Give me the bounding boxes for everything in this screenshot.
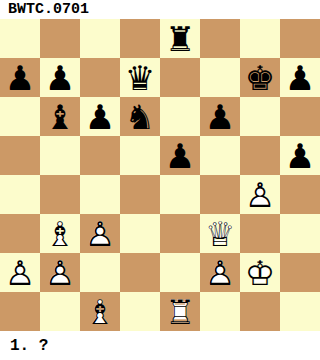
piece-black-pawn[interactable]: ♟	[80, 97, 120, 136]
white-piece-outline: ♙	[200, 253, 240, 292]
square-b1[interactable]	[40, 292, 80, 331]
square-e4[interactable]	[160, 175, 200, 214]
square-h4[interactable]	[280, 175, 320, 214]
square-a8[interactable]	[0, 19, 40, 58]
square-b6[interactable]: ♝	[40, 97, 80, 136]
square-f4[interactable]	[200, 175, 240, 214]
square-e6[interactable]	[160, 97, 200, 136]
piece-white-bishop[interactable]: ♝♗	[40, 214, 80, 253]
move-prompt: 1. ?	[10, 337, 48, 355]
white-piece-outline: ♙	[40, 253, 80, 292]
square-d3[interactable]	[120, 214, 160, 253]
square-c4[interactable]	[80, 175, 120, 214]
square-d6[interactable]: ♞	[120, 97, 160, 136]
square-e5[interactable]: ♟	[160, 136, 200, 175]
square-g5[interactable]	[240, 136, 280, 175]
piece-black-king[interactable]: ♚	[240, 58, 280, 97]
black-piece-glyph: ♟	[0, 58, 40, 97]
white-piece-outline: ♙	[0, 253, 40, 292]
square-d4[interactable]	[120, 175, 160, 214]
square-b4[interactable]	[40, 175, 80, 214]
white-piece-outline: ♕	[200, 214, 240, 253]
square-a7[interactable]: ♟	[0, 58, 40, 97]
square-h3[interactable]	[280, 214, 320, 253]
square-a4[interactable]	[0, 175, 40, 214]
square-g3[interactable]	[240, 214, 280, 253]
square-e2[interactable]	[160, 253, 200, 292]
square-b8[interactable]	[40, 19, 80, 58]
square-d5[interactable]	[120, 136, 160, 175]
square-e8[interactable]: ♜	[160, 19, 200, 58]
black-piece-glyph: ♟	[40, 58, 80, 97]
square-b5[interactable]	[40, 136, 80, 175]
piece-white-king[interactable]: ♚♔	[240, 253, 280, 292]
square-f3[interactable]: ♛♕	[200, 214, 240, 253]
white-piece-outline: ♔	[240, 253, 280, 292]
piece-white-pawn[interactable]: ♟♙	[200, 253, 240, 292]
square-a5[interactable]	[0, 136, 40, 175]
square-d1[interactable]	[120, 292, 160, 331]
piece-white-pawn[interactable]: ♟♙	[0, 253, 40, 292]
square-e7[interactable]	[160, 58, 200, 97]
square-f1[interactable]	[200, 292, 240, 331]
square-e1[interactable]: ♜♖	[160, 292, 200, 331]
square-a2[interactable]: ♟♙	[0, 253, 40, 292]
piece-black-pawn[interactable]: ♟	[200, 97, 240, 136]
square-d7[interactable]: ♛	[120, 58, 160, 97]
piece-black-knight[interactable]: ♞	[120, 97, 160, 136]
square-g7[interactable]: ♚	[240, 58, 280, 97]
square-g8[interactable]	[240, 19, 280, 58]
square-g2[interactable]: ♚♔	[240, 253, 280, 292]
square-b7[interactable]: ♟	[40, 58, 80, 97]
white-piece-outline: ♗	[40, 214, 80, 253]
piece-white-pawn[interactable]: ♟♙	[40, 253, 80, 292]
square-h7[interactable]: ♟	[280, 58, 320, 97]
black-piece-glyph: ♟	[160, 136, 200, 175]
square-a3[interactable]	[0, 214, 40, 253]
square-f7[interactable]	[200, 58, 240, 97]
square-h2[interactable]	[280, 253, 320, 292]
square-c2[interactable]	[80, 253, 120, 292]
piece-black-pawn[interactable]: ♟	[40, 58, 80, 97]
piece-white-pawn[interactable]: ♟♙	[240, 175, 280, 214]
square-c7[interactable]	[80, 58, 120, 97]
title-bar: BWTC.0701	[0, 0, 320, 19]
piece-black-bishop[interactable]: ♝	[40, 97, 80, 136]
square-c3[interactable]: ♟♙	[80, 214, 120, 253]
chess-board: ♜♟♟♛♚♟♝♟♞♟♟♟♟♙♝♗♟♙♛♕♟♙♟♙♟♙♚♔♝♗♜♖	[0, 19, 320, 331]
piece-black-pawn[interactable]: ♟	[280, 58, 320, 97]
square-e3[interactable]	[160, 214, 200, 253]
piece-black-queen[interactable]: ♛	[120, 58, 160, 97]
square-g4[interactable]: ♟♙	[240, 175, 280, 214]
square-h6[interactable]	[280, 97, 320, 136]
square-c1[interactable]: ♝♗	[80, 292, 120, 331]
square-f6[interactable]: ♟	[200, 97, 240, 136]
move-prompt-bar: 1. ?	[0, 331, 320, 360]
square-d8[interactable]	[120, 19, 160, 58]
white-piece-outline: ♙	[240, 175, 280, 214]
black-piece-glyph: ♟	[280, 58, 320, 97]
black-piece-glyph: ♚	[240, 58, 280, 97]
square-a6[interactable]	[0, 97, 40, 136]
black-piece-glyph: ♞	[120, 97, 160, 136]
square-c5[interactable]	[80, 136, 120, 175]
black-piece-glyph: ♛	[120, 58, 160, 97]
piece-black-pawn[interactable]: ♟	[160, 136, 200, 175]
square-h5[interactable]: ♟	[280, 136, 320, 175]
piece-black-rook[interactable]: ♜	[160, 19, 200, 58]
square-c8[interactable]	[80, 19, 120, 58]
piece-white-bishop[interactable]: ♝♗	[80, 292, 120, 331]
piece-white-queen[interactable]: ♛♕	[200, 214, 240, 253]
white-piece-outline: ♖	[160, 292, 200, 331]
square-d2[interactable]	[120, 253, 160, 292]
diagram-title: BWTC.0701	[8, 1, 89, 18]
square-f5[interactable]	[200, 136, 240, 175]
square-c6[interactable]: ♟	[80, 97, 120, 136]
piece-white-rook[interactable]: ♜♖	[160, 292, 200, 331]
square-h1[interactable]	[280, 292, 320, 331]
square-b3[interactable]: ♝♗	[40, 214, 80, 253]
square-b2[interactable]: ♟♙	[40, 253, 80, 292]
white-piece-outline: ♙	[80, 214, 120, 253]
square-f2[interactable]: ♟♙	[200, 253, 240, 292]
black-piece-glyph: ♟	[280, 136, 320, 175]
square-f8[interactable]	[200, 19, 240, 58]
square-g1[interactable]	[240, 292, 280, 331]
piece-black-pawn[interactable]: ♟	[0, 58, 40, 97]
square-a1[interactable]	[0, 292, 40, 331]
black-piece-glyph: ♝	[40, 97, 80, 136]
white-piece-outline: ♗	[80, 292, 120, 331]
black-piece-glyph: ♟	[80, 97, 120, 136]
square-g6[interactable]	[240, 97, 280, 136]
square-h8[interactable]	[280, 19, 320, 58]
piece-black-pawn[interactable]: ♟	[280, 136, 320, 175]
black-piece-glyph: ♜	[160, 19, 200, 58]
piece-white-pawn[interactable]: ♟♙	[80, 214, 120, 253]
black-piece-glyph: ♟	[200, 97, 240, 136]
